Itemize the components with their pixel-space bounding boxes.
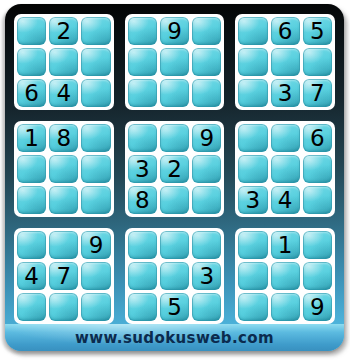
box-r3c2: 35 [125,228,225,324]
cell-r3c1[interactable]: 6 [17,79,46,107]
cell-r7c1[interactable] [17,231,46,259]
box-r2c2: 9328 [125,121,225,217]
cell-r8c2[interactable]: 7 [49,262,78,290]
sudoku-grid: 264965371893286349473519 [14,14,335,324]
box-r1c1: 264 [14,14,114,110]
cell-r8c3[interactable] [81,262,110,290]
cell-r2c1[interactable] [17,48,46,76]
cell-r5c9[interactable] [303,155,332,183]
cell-r8c8[interactable] [271,262,300,290]
cell-r4c3[interactable] [81,124,110,152]
cell-r5c5[interactable]: 2 [160,155,189,183]
cell-r1c9[interactable]: 5 [303,17,332,45]
cell-r2c9[interactable] [303,48,332,76]
cell-r8c9[interactable] [303,262,332,290]
cell-r8c7[interactable] [238,262,267,290]
cell-r5c7[interactable] [238,155,267,183]
cell-r3c7[interactable] [238,79,267,107]
cell-r4c9[interactable]: 6 [303,124,332,152]
box-r3c3: 19 [235,228,335,324]
cell-r6c1[interactable] [17,186,46,214]
cell-r9c7[interactable] [238,293,267,321]
cell-r6c7[interactable]: 3 [238,186,267,214]
cell-r9c4[interactable] [128,293,157,321]
cell-r6c3[interactable] [81,186,110,214]
box-r3c1: 947 [14,228,114,324]
cell-r8c5[interactable] [160,262,189,290]
footer-bar: www.sudokusweb.com [5,324,344,351]
cell-r4c2[interactable]: 8 [49,124,78,152]
cell-r2c4[interactable] [128,48,157,76]
cell-r4c5[interactable] [160,124,189,152]
sudoku-board: 264965371893286349473519 www.sudokusweb.… [5,4,344,351]
cell-r3c6[interactable] [192,79,221,107]
cell-r9c8[interactable] [271,293,300,321]
cell-r8c6[interactable]: 3 [192,262,221,290]
cell-r6c2[interactable] [49,186,78,214]
cell-r6c6[interactable] [192,186,221,214]
cell-r5c8[interactable] [271,155,300,183]
cell-r7c7[interactable] [238,231,267,259]
cell-r9c5[interactable]: 5 [160,293,189,321]
cell-r7c8[interactable]: 1 [271,231,300,259]
cell-r5c2[interactable] [49,155,78,183]
cell-r9c9[interactable]: 9 [303,293,332,321]
box-r1c2: 9 [125,14,225,110]
cell-r2c6[interactable] [192,48,221,76]
cell-r5c6[interactable] [192,155,221,183]
cell-r3c5[interactable] [160,79,189,107]
cell-r4c1[interactable]: 1 [17,124,46,152]
box-r2c1: 18 [14,121,114,217]
cell-r2c7[interactable] [238,48,267,76]
cell-r1c8[interactable]: 6 [271,17,300,45]
cell-r2c3[interactable] [81,48,110,76]
cell-r8c4[interactable] [128,262,157,290]
cell-r5c4[interactable]: 3 [128,155,157,183]
cell-r4c6[interactable]: 9 [192,124,221,152]
cell-r6c5[interactable] [160,186,189,214]
cell-r4c8[interactable] [271,124,300,152]
cell-r4c4[interactable] [128,124,157,152]
cell-r1c1[interactable] [17,17,46,45]
cell-r1c2[interactable]: 2 [49,17,78,45]
site-url[interactable]: www.sudokusweb.com [75,329,274,347]
cell-r9c2[interactable] [49,293,78,321]
cell-r2c5[interactable] [160,48,189,76]
cell-r1c5[interactable]: 9 [160,17,189,45]
cell-r5c1[interactable] [17,155,46,183]
cell-r7c2[interactable] [49,231,78,259]
cell-r1c6[interactable] [192,17,221,45]
cell-r6c4[interactable]: 8 [128,186,157,214]
cell-r7c6[interactable] [192,231,221,259]
cell-r1c3[interactable] [81,17,110,45]
cell-r8c1[interactable]: 4 [17,262,46,290]
cell-r1c7[interactable] [238,17,267,45]
cell-r7c3[interactable]: 9 [81,231,110,259]
page: 264965371893286349473519 www.sudokusweb.… [0,0,350,360]
cell-r3c3[interactable] [81,79,110,107]
cell-r5c3[interactable] [81,155,110,183]
cell-r6c9[interactable] [303,186,332,214]
cell-r7c5[interactable] [160,231,189,259]
cell-r9c6[interactable] [192,293,221,321]
cell-r7c4[interactable] [128,231,157,259]
cell-r6c8[interactable]: 4 [271,186,300,214]
cell-r2c2[interactable] [49,48,78,76]
cell-r3c8[interactable]: 3 [271,79,300,107]
cell-r7c9[interactable] [303,231,332,259]
cell-r1c4[interactable] [128,17,157,45]
cell-r2c8[interactable] [271,48,300,76]
cell-r3c2[interactable]: 4 [49,79,78,107]
cell-r9c1[interactable] [17,293,46,321]
cell-r4c7[interactable] [238,124,267,152]
cell-r3c4[interactable] [128,79,157,107]
box-r1c3: 6537 [235,14,335,110]
box-r2c3: 634 [235,121,335,217]
cell-r9c3[interactable] [81,293,110,321]
cell-r3c9[interactable]: 7 [303,79,332,107]
